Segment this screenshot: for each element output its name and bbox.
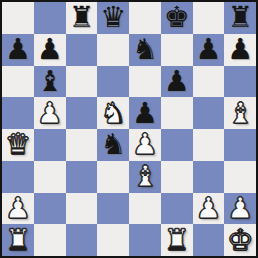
square-f6[interactable]: ♟ (161, 66, 193, 98)
square-e6[interactable] (129, 66, 161, 98)
square-e4[interactable]: ♟ (129, 129, 161, 161)
square-f2[interactable] (161, 193, 193, 225)
square-a8[interactable] (2, 2, 34, 34)
square-b6[interactable]: ♝ (34, 66, 66, 98)
square-g6[interactable] (193, 66, 225, 98)
square-g5[interactable] (193, 97, 225, 129)
square-h5[interactable]: ♝ (224, 97, 256, 129)
square-g2[interactable]: ♟ (193, 193, 225, 225)
piece-black-knight[interactable]: ♞ (132, 35, 158, 64)
square-a3[interactable] (2, 161, 34, 193)
piece-black-pawn[interactable]: ♟ (164, 67, 190, 96)
square-a1[interactable]: ♜ (2, 224, 34, 256)
square-c6[interactable] (66, 66, 98, 98)
square-h8[interactable]: ♜ (224, 2, 256, 34)
piece-black-knight[interactable]: ♞ (100, 130, 126, 159)
square-d8[interactable]: ♛ (97, 2, 129, 34)
square-d3[interactable] (97, 161, 129, 193)
square-d1[interactable] (97, 224, 129, 256)
square-e1[interactable] (129, 224, 161, 256)
square-h6[interactable] (224, 66, 256, 98)
piece-white-rook[interactable]: ♜ (5, 226, 31, 255)
square-c4[interactable] (66, 129, 98, 161)
square-c8[interactable]: ♜ (66, 2, 98, 34)
square-b1[interactable] (34, 224, 66, 256)
piece-white-bishop[interactable]: ♝ (227, 99, 253, 128)
square-b5[interactable]: ♟ (34, 97, 66, 129)
square-h7[interactable]: ♟ (224, 34, 256, 66)
square-e5[interactable]: ♟ (129, 97, 161, 129)
square-g4[interactable] (193, 129, 225, 161)
piece-black-rook[interactable]: ♜ (68, 3, 94, 32)
square-h4[interactable] (224, 129, 256, 161)
square-b2[interactable] (34, 193, 66, 225)
chess-board-wrapper: ♜♛♚♜♟♟♞♟♟♝♟♟♞♟♝♛♞♟♝♟♟♟♜♜♚ (0, 0, 258, 258)
square-h1[interactable]: ♚ (224, 224, 256, 256)
square-a2[interactable]: ♟ (2, 193, 34, 225)
square-a5[interactable] (2, 97, 34, 129)
square-b3[interactable] (34, 161, 66, 193)
square-h3[interactable] (224, 161, 256, 193)
square-f8[interactable]: ♚ (161, 2, 193, 34)
piece-black-bishop[interactable]: ♝ (37, 67, 63, 96)
piece-black-king[interactable]: ♚ (164, 3, 190, 32)
piece-white-pawn[interactable]: ♟ (132, 130, 158, 159)
square-f5[interactable] (161, 97, 193, 129)
square-c2[interactable] (66, 193, 98, 225)
square-c5[interactable] (66, 97, 98, 129)
square-c1[interactable] (66, 224, 98, 256)
piece-white-king[interactable]: ♚ (227, 226, 253, 255)
piece-white-pawn[interactable]: ♟ (5, 194, 31, 223)
piece-black-pawn[interactable]: ♟ (132, 99, 158, 128)
square-b4[interactable] (34, 129, 66, 161)
square-a6[interactable] (2, 66, 34, 98)
square-f3[interactable] (161, 161, 193, 193)
piece-black-pawn[interactable]: ♟ (5, 35, 31, 64)
square-a7[interactable]: ♟ (2, 34, 34, 66)
square-e3[interactable]: ♝ (129, 161, 161, 193)
square-d2[interactable] (97, 193, 129, 225)
square-h2[interactable]: ♟ (224, 193, 256, 225)
square-f7[interactable] (161, 34, 193, 66)
square-b8[interactable] (34, 2, 66, 34)
piece-white-queen[interactable]: ♛ (5, 130, 31, 159)
square-d5[interactable]: ♞ (97, 97, 129, 129)
square-d7[interactable] (97, 34, 129, 66)
square-g8[interactable] (193, 2, 225, 34)
piece-white-knight[interactable]: ♞ (100, 99, 126, 128)
square-d4[interactable]: ♞ (97, 129, 129, 161)
square-g3[interactable] (193, 161, 225, 193)
piece-white-pawn[interactable]: ♟ (37, 99, 63, 128)
square-f1[interactable]: ♜ (161, 224, 193, 256)
piece-black-pawn[interactable]: ♟ (37, 35, 63, 64)
square-f4[interactable] (161, 129, 193, 161)
square-g1[interactable] (193, 224, 225, 256)
square-a4[interactable]: ♛ (2, 129, 34, 161)
piece-black-pawn[interactable]: ♟ (195, 35, 221, 64)
square-e7[interactable]: ♞ (129, 34, 161, 66)
piece-white-pawn[interactable]: ♟ (227, 194, 253, 223)
square-d6[interactable] (97, 66, 129, 98)
piece-white-pawn[interactable]: ♟ (195, 194, 221, 223)
square-c3[interactable] (66, 161, 98, 193)
piece-white-bishop[interactable]: ♝ (132, 162, 158, 191)
piece-black-rook[interactable]: ♜ (227, 3, 253, 32)
chess-board: ♜♛♚♜♟♟♞♟♟♝♟♟♞♟♝♛♞♟♝♟♟♟♜♜♚ (0, 0, 258, 258)
square-b7[interactable]: ♟ (34, 34, 66, 66)
piece-black-pawn[interactable]: ♟ (227, 35, 253, 64)
piece-white-rook[interactable]: ♜ (164, 226, 190, 255)
square-e2[interactable] (129, 193, 161, 225)
square-c7[interactable] (66, 34, 98, 66)
square-g7[interactable]: ♟ (193, 34, 225, 66)
piece-black-queen[interactable]: ♛ (100, 3, 126, 32)
square-e8[interactable] (129, 2, 161, 34)
